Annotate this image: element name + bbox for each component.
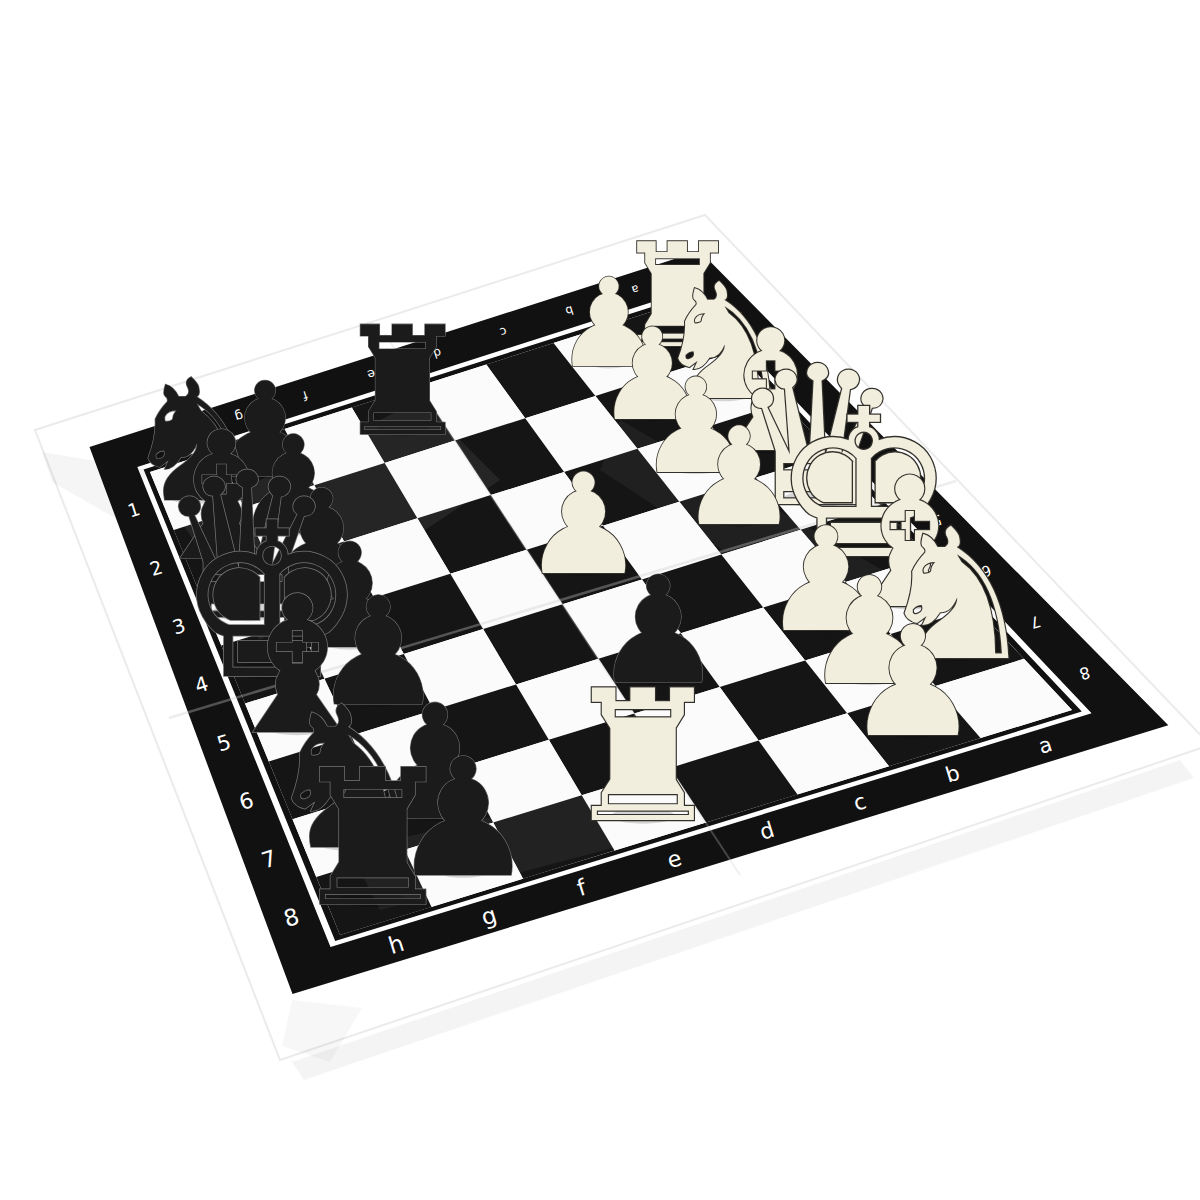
piece-white-rook-e8: ♜ <box>562 652 725 863</box>
piece-black-rook-e1: ♜ <box>335 294 470 469</box>
piece-white-pawn-b8: ♟ <box>845 594 981 771</box>
piece-black-rook-h8: ♜ <box>289 729 458 948</box>
chess-product-photo: 1122334455667788aabbccddeeffgghh♜♟♞♟♜♝♟♟… <box>0 0 1200 1200</box>
chess-board-scene: 1122334455667788aabbccddeeffgghh♜♟♞♟♜♝♟♟… <box>0 0 1200 1200</box>
